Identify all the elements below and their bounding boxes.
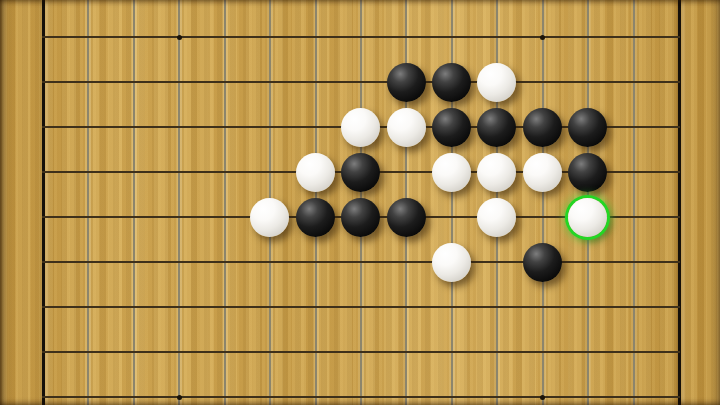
stone-black: [523, 108, 562, 147]
stone-black: [387, 63, 426, 102]
stone-white: [250, 198, 289, 237]
stone-white: [477, 63, 516, 102]
stone-black: [432, 108, 471, 147]
stone-black: [387, 198, 426, 237]
stone-white: [432, 153, 471, 192]
stone-black: [341, 153, 380, 192]
stone-black: [432, 63, 471, 102]
stone-black: [523, 243, 562, 282]
stone-black: [568, 108, 607, 147]
last-move-stone-white: [568, 198, 607, 237]
gomoku-board[interactable]: [20, 15, 701, 405]
stone-white: [432, 243, 471, 282]
stone-white: [477, 198, 516, 237]
stone-black: [568, 153, 607, 192]
game-screen: [0, 0, 720, 405]
stone-black: [296, 198, 335, 237]
stone-white: [387, 108, 426, 147]
stone-black: [341, 198, 380, 237]
stone-black: [477, 108, 516, 147]
stone-white: [477, 153, 516, 192]
stone-white: [523, 153, 562, 192]
stone-white: [341, 108, 380, 147]
stone-white: [296, 153, 335, 192]
